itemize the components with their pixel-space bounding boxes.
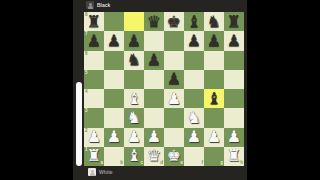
avatar-person-icon: [88, 6, 93, 9]
piece-black-pawn[interactable]: ♟: [127, 33, 141, 49]
square-g7[interactable]: ♟: [204, 31, 224, 50]
piece-white-bishop[interactable]: ♝: [127, 91, 141, 107]
square-d8[interactable]: ♛: [144, 12, 164, 31]
square-f4[interactable]: [184, 89, 204, 108]
file-label-a: a: [100, 161, 103, 166]
piece-black-pawn[interactable]: ♟: [87, 33, 101, 49]
piece-black-king[interactable]: ♚: [167, 14, 181, 30]
piece-black-pawn[interactable]: ♟: [187, 33, 201, 49]
square-h8[interactable]: ♜: [224, 12, 244, 31]
square-d5[interactable]: [144, 70, 164, 89]
piece-white-pawn[interactable]: ♟: [87, 129, 101, 145]
square-h5[interactable]: [224, 70, 244, 89]
white-player-name[interactable]: White: [99, 168, 113, 176]
square-g1[interactable]: g: [204, 147, 224, 166]
piece-white-pawn[interactable]: ♟: [107, 129, 121, 145]
square-d2[interactable]: ♟: [144, 128, 164, 147]
square-f3[interactable]: ♞: [184, 108, 204, 127]
avatar-person-icon: [90, 173, 95, 176]
file-label-e: e: [180, 161, 183, 166]
rank-label-7: 7: [85, 32, 88, 37]
rank-label-1: 1: [85, 148, 88, 153]
square-c6[interactable]: ♞: [124, 51, 144, 70]
square-h2[interactable]: ♟: [224, 128, 244, 147]
square-b8[interactable]: [104, 12, 124, 31]
rank-label-3: 3: [85, 109, 88, 114]
square-g8[interactable]: ♞: [204, 12, 224, 31]
square-g3[interactable]: [204, 108, 224, 127]
square-e1[interactable]: e♚: [164, 147, 184, 166]
square-a1[interactable]: 1a♜: [84, 147, 104, 166]
piece-white-pawn[interactable]: ♟: [167, 91, 181, 107]
square-d6[interactable]: ♟: [144, 51, 164, 70]
square-e4[interactable]: ♟: [164, 89, 184, 108]
chess-board[interactable]: 8♜♛♚♝♞♜7♟♟♟♟♟♟6♞♟5♟4♝♟♝3♞♞2♟♟♟♟♟♟♟1a♜bc♝…: [84, 12, 244, 166]
file-label-f: f: [202, 161, 204, 166]
square-e2[interactable]: [164, 128, 184, 147]
piece-black-bishop[interactable]: ♝: [187, 14, 201, 30]
square-c7[interactable]: ♟: [124, 31, 144, 50]
piece-black-pawn[interactable]: ♟: [227, 33, 241, 49]
square-b7[interactable]: ♟: [104, 31, 124, 50]
square-f7[interactable]: ♟: [184, 31, 204, 50]
square-c1[interactable]: c♝: [124, 147, 144, 166]
square-e7[interactable]: [164, 31, 184, 50]
square-c3[interactable]: ♞: [124, 108, 144, 127]
piece-black-bishop[interactable]: ♝: [207, 91, 221, 107]
square-c4[interactable]: ♝: [124, 89, 144, 108]
square-b1[interactable]: b: [104, 147, 124, 166]
rank-label-8: 8: [85, 13, 88, 18]
square-d7[interactable]: [144, 31, 164, 50]
square-a4[interactable]: 4: [84, 89, 104, 108]
piece-white-pawn[interactable]: ♟: [207, 129, 221, 145]
rank-label-4: 4: [85, 90, 88, 95]
square-f5[interactable]: [184, 70, 204, 89]
piece-white-knight[interactable]: ♞: [127, 110, 141, 126]
square-h4[interactable]: [224, 89, 244, 108]
piece-white-pawn[interactable]: ♟: [187, 129, 201, 145]
square-d3[interactable]: [144, 108, 164, 127]
piece-black-knight[interactable]: ♞: [127, 52, 141, 68]
piece-black-rook[interactable]: ♜: [227, 14, 241, 30]
white-player-avatar[interactable]: [88, 168, 96, 176]
square-f1[interactable]: f: [184, 147, 204, 166]
piece-black-pawn[interactable]: ♟: [147, 52, 161, 68]
top-player-row: Black: [86, 1, 110, 9]
square-a5[interactable]: 5: [84, 70, 104, 89]
file-label-g: g: [220, 161, 223, 166]
square-c8[interactable]: [124, 12, 144, 31]
rank-label-2: 2: [85, 129, 88, 134]
square-a2[interactable]: 2♟: [84, 128, 104, 147]
square-g5[interactable]: [204, 70, 224, 89]
square-b6[interactable]: [104, 51, 124, 70]
square-a8[interactable]: 8♜: [84, 12, 104, 31]
rank-label-5: 5: [85, 71, 88, 76]
piece-white-knight[interactable]: ♞: [187, 110, 201, 126]
square-e6[interactable]: [164, 51, 184, 70]
square-f2[interactable]: ♟: [184, 128, 204, 147]
square-b5[interactable]: [104, 70, 124, 89]
square-a7[interactable]: 7♟: [84, 31, 104, 50]
rank-label-6: 6: [85, 52, 88, 57]
file-label-h: h: [240, 161, 243, 166]
piece-black-queen[interactable]: ♛: [147, 14, 161, 30]
black-player-name[interactable]: Black: [97, 1, 110, 9]
file-label-b: b: [120, 161, 123, 166]
square-h6[interactable]: [224, 51, 244, 70]
square-b3[interactable]: [104, 108, 124, 127]
square-g4[interactable]: ♝: [204, 89, 224, 108]
piece-black-pawn[interactable]: ♟: [167, 71, 181, 87]
piece-white-rook[interactable]: ♜: [87, 148, 101, 164]
file-label-d: d: [160, 161, 163, 166]
square-h3[interactable]: [224, 108, 244, 127]
piece-black-knight[interactable]: ♞: [207, 14, 221, 30]
piece-white-bishop[interactable]: ♝: [127, 148, 141, 164]
piece-white-queen[interactable]: ♛: [147, 148, 161, 164]
square-f8[interactable]: ♝: [184, 12, 204, 31]
bottom-player-row: White: [88, 168, 113, 176]
square-a3[interactable]: 3: [84, 108, 104, 127]
square-h7[interactable]: ♟: [224, 31, 244, 50]
piece-white-pawn[interactable]: ♟: [127, 129, 141, 145]
square-e8[interactable]: ♚: [164, 12, 184, 31]
black-player-avatar[interactable]: [86, 1, 94, 9]
square-c5[interactable]: [124, 70, 144, 89]
square-b2[interactable]: ♟: [104, 128, 124, 147]
square-g6[interactable]: [204, 51, 224, 70]
piece-black-pawn[interactable]: ♟: [107, 33, 121, 49]
square-b4[interactable]: [104, 89, 124, 108]
square-d1[interactable]: d♛: [144, 147, 164, 166]
square-f6[interactable]: [184, 51, 204, 70]
piece-white-king[interactable]: ♚: [167, 148, 181, 164]
square-h1[interactable]: h♜: [224, 147, 244, 166]
square-a6[interactable]: 6: [84, 51, 104, 70]
piece-white-pawn[interactable]: ♟: [227, 129, 241, 145]
file-label-c: c: [140, 161, 143, 166]
piece-white-pawn[interactable]: ♟: [147, 129, 161, 145]
square-c2[interactable]: ♟: [124, 128, 144, 147]
piece-white-rook[interactable]: ♜: [227, 148, 241, 164]
piece-black-rook[interactable]: ♜: [87, 14, 101, 30]
piece-black-pawn[interactable]: ♟: [207, 33, 221, 49]
square-e3[interactable]: [164, 108, 184, 127]
square-g2[interactable]: ♟: [204, 128, 224, 147]
square-e5[interactable]: ♟: [164, 70, 184, 89]
scrollbar-thumb[interactable]: [76, 82, 82, 166]
square-d4[interactable]: [144, 89, 164, 108]
